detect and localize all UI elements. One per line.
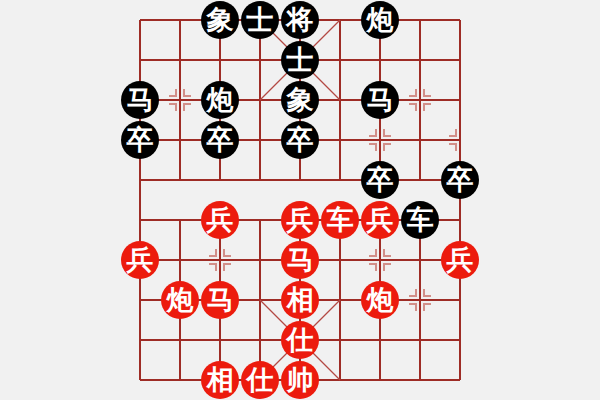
point-r9c6[interactable] [360,360,400,400]
point-r7c8[interactable] [440,280,480,320]
point-r5c4[interactable]: 兵 [280,200,320,240]
piece-red-chariot[interactable]: 车 [321,201,359,239]
point-r4c6[interactable]: 卒 [360,160,400,200]
point-r7c6[interactable]: 炮 [360,280,400,320]
point-r3c0[interactable]: 卒 [120,120,160,160]
point-r8c1[interactable] [160,320,200,360]
point-r4c4[interactable] [280,160,320,200]
piece-black-soldier[interactable]: 卒 [121,121,159,159]
point-r0c4[interactable]: 将 [280,0,320,40]
point-r6c2[interactable] [200,240,240,280]
point-r1c2[interactable] [200,40,240,80]
point-r8c6[interactable] [360,320,400,360]
point-r0c5[interactable] [320,0,360,40]
piece-black-cannon[interactable]: 炮 [361,1,399,39]
point-r8c8[interactable] [440,320,480,360]
point-r5c3[interactable] [240,200,280,240]
point-r1c5[interactable] [320,40,360,80]
point-r3c4[interactable]: 卒 [280,120,320,160]
point-r1c4[interactable]: 士 [280,40,320,80]
piece-red-soldier[interactable]: 兵 [361,201,399,239]
point-r3c7[interactable] [400,120,440,160]
point-r3c8[interactable] [440,120,480,160]
piece-red-general[interactable]: 帅 [281,361,319,399]
piece-black-advisor[interactable]: 士 [241,1,279,39]
point-r3c3[interactable] [240,120,280,160]
piece-red-soldier[interactable]: 兵 [441,241,479,279]
point-r9c3[interactable]: 仕 [240,360,280,400]
point-r4c1[interactable] [160,160,200,200]
piece-red-elephant[interactable]: 相 [201,361,239,399]
piece-black-soldier[interactable]: 卒 [441,161,479,199]
point-r9c7[interactable] [400,360,440,400]
point-r3c5[interactable] [320,120,360,160]
point-r0c6[interactable]: 炮 [360,0,400,40]
point-r6c3[interactable] [240,240,280,280]
piece-black-horse[interactable]: 马 [361,81,399,119]
point-r7c7[interactable] [400,280,440,320]
point-r2c7[interactable] [400,80,440,120]
point-r7c4[interactable]: 相 [280,280,320,320]
point-r4c8[interactable]: 卒 [440,160,480,200]
point-r8c4[interactable]: 仕 [280,320,320,360]
xiangqi-screenshot: 象士将炮士马炮象马卒卒卒卒卒兵兵车兵车兵马兵炮马相炮仕相仕帅 [0,0,600,400]
point-r2c0[interactable]: 马 [120,80,160,120]
point-r0c0[interactable] [120,0,160,40]
piece-black-horse[interactable]: 马 [121,81,159,119]
point-r4c7[interactable] [400,160,440,200]
piece-black-advisor[interactable]: 士 [281,41,319,79]
point-r0c3[interactable]: 士 [240,0,280,40]
point-r2c8[interactable] [440,80,480,120]
point-r6c8[interactable]: 兵 [440,240,480,280]
piece-red-soldier[interactable]: 兵 [201,201,239,239]
point-r6c5[interactable] [320,240,360,280]
point-r3c2[interactable]: 卒 [200,120,240,160]
point-r3c1[interactable] [160,120,200,160]
point-r3c6[interactable] [360,120,400,160]
point-r5c2[interactable]: 兵 [200,200,240,240]
point-r6c0[interactable]: 兵 [120,240,160,280]
point-r8c2[interactable] [200,320,240,360]
point-r8c5[interactable] [320,320,360,360]
point-r7c2[interactable]: 马 [200,280,240,320]
point-r4c0[interactable] [120,160,160,200]
point-r0c8[interactable] [440,0,480,40]
piece-black-cannon[interactable]: 炮 [201,81,239,119]
point-r2c3[interactable] [240,80,280,120]
point-r7c1[interactable]: 炮 [160,280,200,320]
point-r6c6[interactable] [360,240,400,280]
piece-red-horse[interactable]: 马 [281,241,319,279]
piece-black-soldier[interactable]: 卒 [281,121,319,159]
piece-black-elephant[interactable]: 象 [201,1,239,39]
piece-red-cannon[interactable]: 炮 [161,281,199,319]
point-r9c0[interactable] [120,360,160,400]
point-r8c7[interactable] [400,320,440,360]
point-r2c4[interactable]: 象 [280,80,320,120]
point-r2c5[interactable] [320,80,360,120]
point-r6c1[interactable] [160,240,200,280]
piece-red-horse[interactable]: 马 [201,281,239,319]
point-r9c4[interactable]: 帅 [280,360,320,400]
point-r7c0[interactable] [120,280,160,320]
point-r2c2[interactable]: 炮 [200,80,240,120]
point-r9c5[interactable] [320,360,360,400]
point-r9c1[interactable] [160,360,200,400]
point-r2c1[interactable] [160,80,200,120]
piece-red-cannon[interactable]: 炮 [361,281,399,319]
point-r5c8[interactable] [440,200,480,240]
piece-red-elephant[interactable]: 相 [281,281,319,319]
point-r6c7[interactable] [400,240,440,280]
point-r1c7[interactable] [400,40,440,80]
point-r1c1[interactable] [160,40,200,80]
board-points-grid: 象士将炮士马炮象马卒卒卒卒卒兵兵车兵车兵马兵炮马相炮仕相仕帅 [120,0,480,400]
point-r7c5[interactable] [320,280,360,320]
point-r1c6[interactable] [360,40,400,80]
piece-black-soldier[interactable]: 卒 [361,161,399,199]
point-r5c6[interactable]: 兵 [360,200,400,240]
point-r8c3[interactable] [240,320,280,360]
piece-black-elephant[interactable]: 象 [281,81,319,119]
point-r1c3[interactable] [240,40,280,80]
point-r4c3[interactable] [240,160,280,200]
point-r0c1[interactable] [160,0,200,40]
point-r9c8[interactable] [440,360,480,400]
point-r4c5[interactable] [320,160,360,200]
point-r8c0[interactable] [120,320,160,360]
point-r2c6[interactable]: 马 [360,80,400,120]
point-r9c2[interactable]: 相 [200,360,240,400]
point-r1c0[interactable] [120,40,160,80]
point-r4c2[interactable] [200,160,240,200]
piece-red-soldier[interactable]: 兵 [121,241,159,279]
point-r5c5[interactable]: 车 [320,200,360,240]
point-r5c0[interactable] [120,200,160,240]
piece-black-chariot[interactable]: 车 [401,201,439,239]
piece-black-general[interactable]: 将 [281,1,319,39]
point-r7c3[interactable] [240,280,280,320]
point-r1c8[interactable] [440,40,480,80]
piece-red-advisor[interactable]: 仕 [241,361,279,399]
point-r6c4[interactable]: 马 [280,240,320,280]
xiangqi-board[interactable]: 象士将炮士马炮象马卒卒卒卒卒兵兵车兵车兵马兵炮马相炮仕相仕帅 [120,0,480,400]
piece-red-advisor[interactable]: 仕 [281,321,319,359]
point-r5c7[interactable]: 车 [400,200,440,240]
point-r0c2[interactable]: 象 [200,0,240,40]
piece-black-soldier[interactable]: 卒 [201,121,239,159]
point-r5c1[interactable] [160,200,200,240]
point-r0c7[interactable] [400,0,440,40]
piece-red-soldier[interactable]: 兵 [281,201,319,239]
